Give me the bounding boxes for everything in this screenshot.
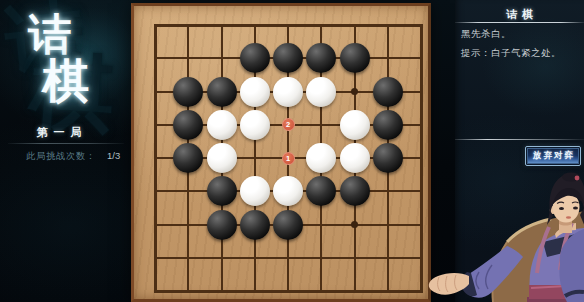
black-stone: [273, 210, 303, 240]
abandon-game-button-label: 放弃对弈: [527, 148, 579, 164]
white-stone: [240, 77, 270, 107]
attempts-label: 此局挑战次数：: [26, 150, 96, 163]
black-stone: [373, 143, 403, 173]
calligraphy-char-2: 棋: [42, 50, 89, 113]
attempts-value: 1/3: [107, 150, 120, 161]
black-stone: [273, 43, 303, 73]
black-stone: [173, 143, 203, 173]
black-stone: [340, 176, 370, 206]
black-stone: [240, 210, 270, 240]
white-stone: [273, 77, 303, 107]
black-stone: [306, 43, 336, 73]
black-stone: [306, 176, 336, 206]
black-stone: [240, 43, 270, 73]
star-point: [351, 88, 358, 95]
black-stone: [173, 77, 203, 107]
puzzle-screen: 诘 棋 诘 棋 第一局 此局挑战次数： 1/3 12 诘棋 黑先杀白。 提示：白…: [0, 0, 584, 302]
panel-divider: [455, 139, 584, 140]
attempts-counter: 此局挑战次数： 1/3: [26, 150, 120, 163]
go-board[interactable]: 12: [131, 3, 431, 302]
white-stone: [273, 176, 303, 206]
panel-title: 诘棋: [455, 7, 584, 22]
white-stone: [340, 110, 370, 140]
white-stone: [240, 110, 270, 140]
white-stone: [207, 143, 237, 173]
white-stone: [207, 110, 237, 140]
white-stone: [306, 143, 336, 173]
objective-text: 黑先杀白。: [461, 28, 511, 41]
black-stone: [340, 43, 370, 73]
black-stone: [373, 77, 403, 107]
move-marker-1: 1: [282, 152, 295, 165]
grid-line: [154, 257, 423, 259]
black-stone: [173, 110, 203, 140]
white-stone: [240, 176, 270, 206]
move-marker-2: 2: [282, 118, 295, 131]
black-stone: [373, 110, 403, 140]
title-underline: [455, 22, 584, 23]
left-divider: [8, 143, 124, 144]
white-stone: [306, 77, 336, 107]
abandon-game-button[interactable]: 放弃对弈: [525, 146, 581, 166]
board-grid[interactable]: 12: [155, 25, 421, 291]
grid-line: [154, 290, 423, 293]
character-portrait: [419, 172, 584, 302]
star-point: [351, 221, 358, 228]
black-stone: [207, 176, 237, 206]
black-stone: [207, 210, 237, 240]
white-stone: [340, 143, 370, 173]
stage-label: 第一局: [4, 125, 114, 140]
hint-text: 提示：白子气紧之处。: [461, 47, 561, 60]
black-stone: [207, 77, 237, 107]
